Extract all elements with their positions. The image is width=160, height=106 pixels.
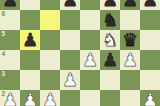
square-a6[interactable]: 6 — [0, 10, 20, 30]
square-g7[interactable]: ♟ — [120, 0, 140, 10]
white-pawn: ♟ — [140, 90, 160, 106]
square-g4[interactable]: ♟ — [120, 50, 140, 70]
square-f4[interactable]: ♟ — [100, 50, 120, 70]
black-pawn: ♟ — [20, 30, 40, 50]
square-c4[interactable] — [40, 50, 60, 70]
black-pawn: ♟ — [100, 50, 120, 70]
square-g2[interactable] — [120, 90, 140, 106]
rank-label-6: 6 — [2, 10, 6, 18]
square-c3[interactable] — [40, 70, 60, 90]
white-pawn: ♟ — [40, 90, 60, 106]
square-c7[interactable] — [40, 0, 60, 10]
square-g6[interactable] — [120, 10, 140, 30]
square-b7[interactable] — [20, 0, 40, 10]
square-h3[interactable] — [140, 70, 160, 90]
chess-board: ♟♟♟♟♟6♞5♟♞♛4♟♟♟3♟2♟♟♟♟ — [0, 0, 160, 106]
square-a3[interactable]: 3 — [0, 70, 20, 90]
chess-board-screenshot: ♟♟♟♟♟6♞5♟♞♛4♟♟♟3♟2♟♟♟♟ — [0, 0, 160, 106]
square-f5[interactable]: ♞ — [100, 30, 120, 50]
square-d3[interactable]: ♟ — [60, 70, 80, 90]
square-f2[interactable] — [100, 90, 120, 106]
white-pawn: ♟ — [20, 90, 40, 106]
square-b6[interactable] — [20, 10, 40, 30]
black-pawn: ♟ — [140, 0, 160, 10]
square-g5[interactable]: ♛ — [120, 30, 140, 50]
square-d5[interactable] — [60, 30, 80, 50]
square-b4[interactable] — [20, 50, 40, 70]
square-c5[interactable] — [40, 30, 60, 50]
rank-label-3: 3 — [2, 70, 6, 78]
square-h7[interactable]: ♟ — [140, 0, 160, 10]
square-h4[interactable] — [140, 50, 160, 70]
white-pawn: ♟ — [60, 70, 80, 90]
square-e3[interactable] — [80, 70, 100, 90]
square-e5[interactable] — [80, 30, 100, 50]
rank-label-4: 4 — [2, 50, 6, 58]
square-c2[interactable]: ♟ — [40, 90, 60, 106]
square-h6[interactable] — [140, 10, 160, 30]
square-b3[interactable] — [20, 70, 40, 90]
square-f3[interactable] — [100, 70, 120, 90]
square-f6[interactable]: ♞ — [100, 10, 120, 30]
square-e7[interactable] — [80, 0, 100, 10]
square-e2[interactable] — [80, 90, 100, 106]
square-g3[interactable] — [120, 70, 140, 90]
square-d7[interactable]: ♟ — [60, 0, 80, 10]
square-d4[interactable] — [60, 50, 80, 70]
square-a5[interactable]: 5 — [0, 30, 20, 50]
black-pawn: ♟ — [0, 0, 20, 10]
white-pawn: ♟ — [0, 90, 20, 106]
square-d6[interactable] — [60, 10, 80, 30]
square-e6[interactable] — [80, 10, 100, 30]
square-e4[interactable]: ♟ — [80, 50, 100, 70]
square-b5[interactable]: ♟ — [20, 30, 40, 50]
square-a2[interactable]: 2♟ — [0, 90, 20, 106]
white-knight: ♞ — [100, 30, 120, 50]
square-b2[interactable]: ♟ — [20, 90, 40, 106]
square-a7[interactable]: ♟ — [0, 0, 20, 10]
square-d2[interactable] — [60, 90, 80, 106]
square-a4[interactable]: 4 — [0, 50, 20, 70]
square-h5[interactable] — [140, 30, 160, 50]
white-pawn: ♟ — [120, 50, 140, 70]
black-pawn: ♟ — [60, 0, 80, 10]
square-h2[interactable]: ♟ — [140, 90, 160, 106]
white-pawn: ♟ — [80, 50, 100, 70]
rank-label-5: 5 — [2, 30, 6, 38]
square-c6[interactable] — [40, 10, 60, 30]
black-knight: ♞ — [100, 10, 120, 30]
black-queen: ♛ — [120, 30, 140, 50]
black-pawn: ♟ — [120, 0, 140, 10]
